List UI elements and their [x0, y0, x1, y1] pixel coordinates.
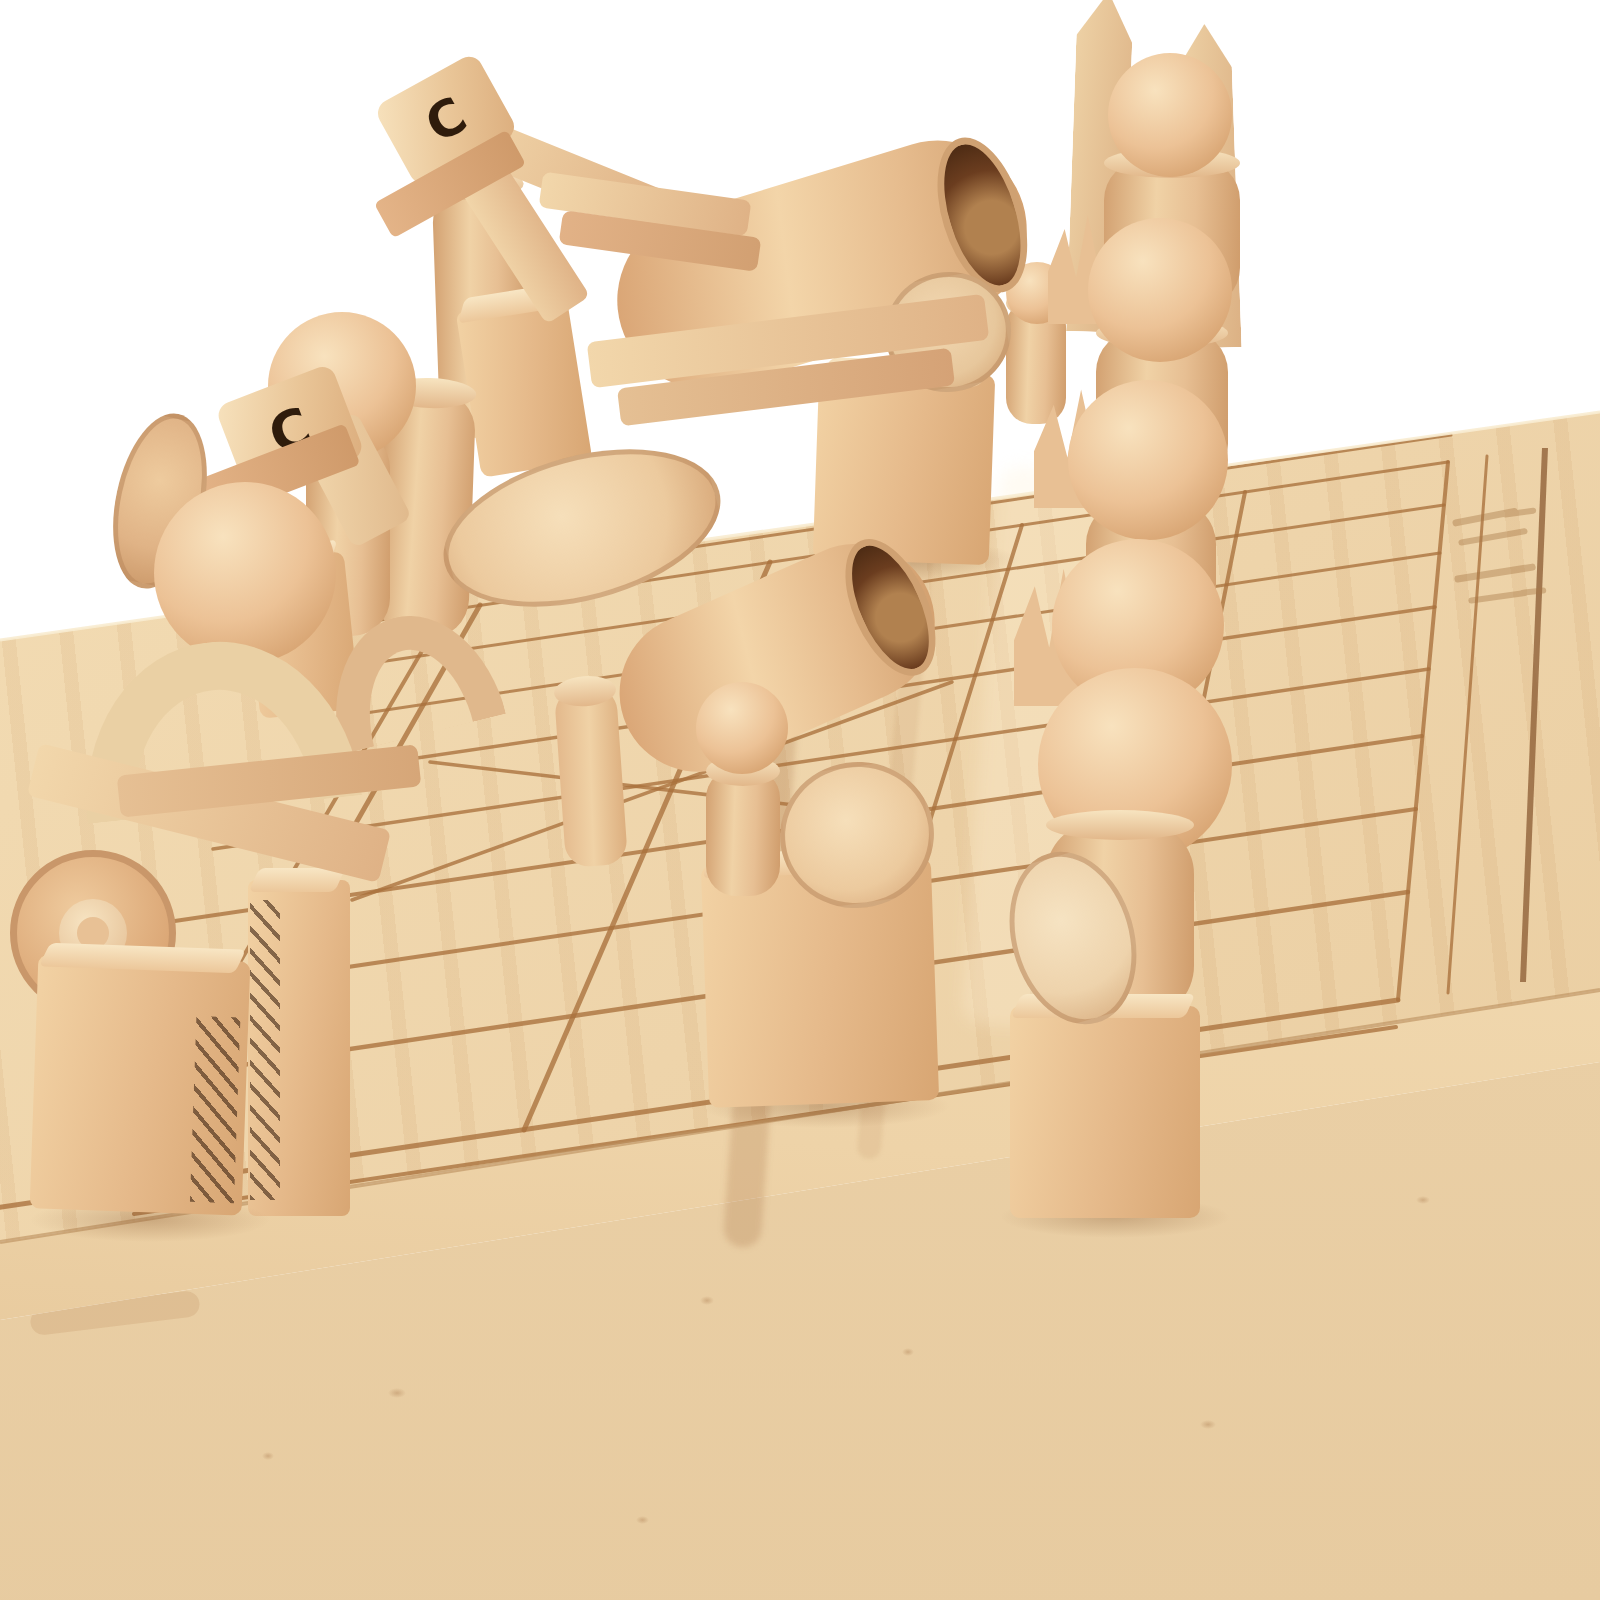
red-soldier-4[interactable]	[1088, 218, 1232, 362]
red-chariot-base	[30, 954, 251, 1215]
advisor-column[interactable]	[706, 768, 780, 896]
red-horse-2-body	[154, 482, 336, 664]
river-text: 楚河 漢界	[1409, 478, 1549, 637]
advisor-sphere	[696, 682, 788, 774]
red-soldier-1-base	[1010, 1006, 1200, 1218]
hatch-texture	[190, 1016, 240, 1203]
hatch-texture	[250, 900, 280, 1200]
scene: 楚河 漢界	[0, 0, 1600, 1600]
red-soldier-3[interactable]	[1068, 380, 1228, 540]
hatched-block-tall	[248, 880, 350, 1216]
red-soldier-5[interactable]	[1108, 53, 1232, 177]
hatched-column	[554, 686, 628, 868]
horse-marking: C	[416, 86, 476, 155]
